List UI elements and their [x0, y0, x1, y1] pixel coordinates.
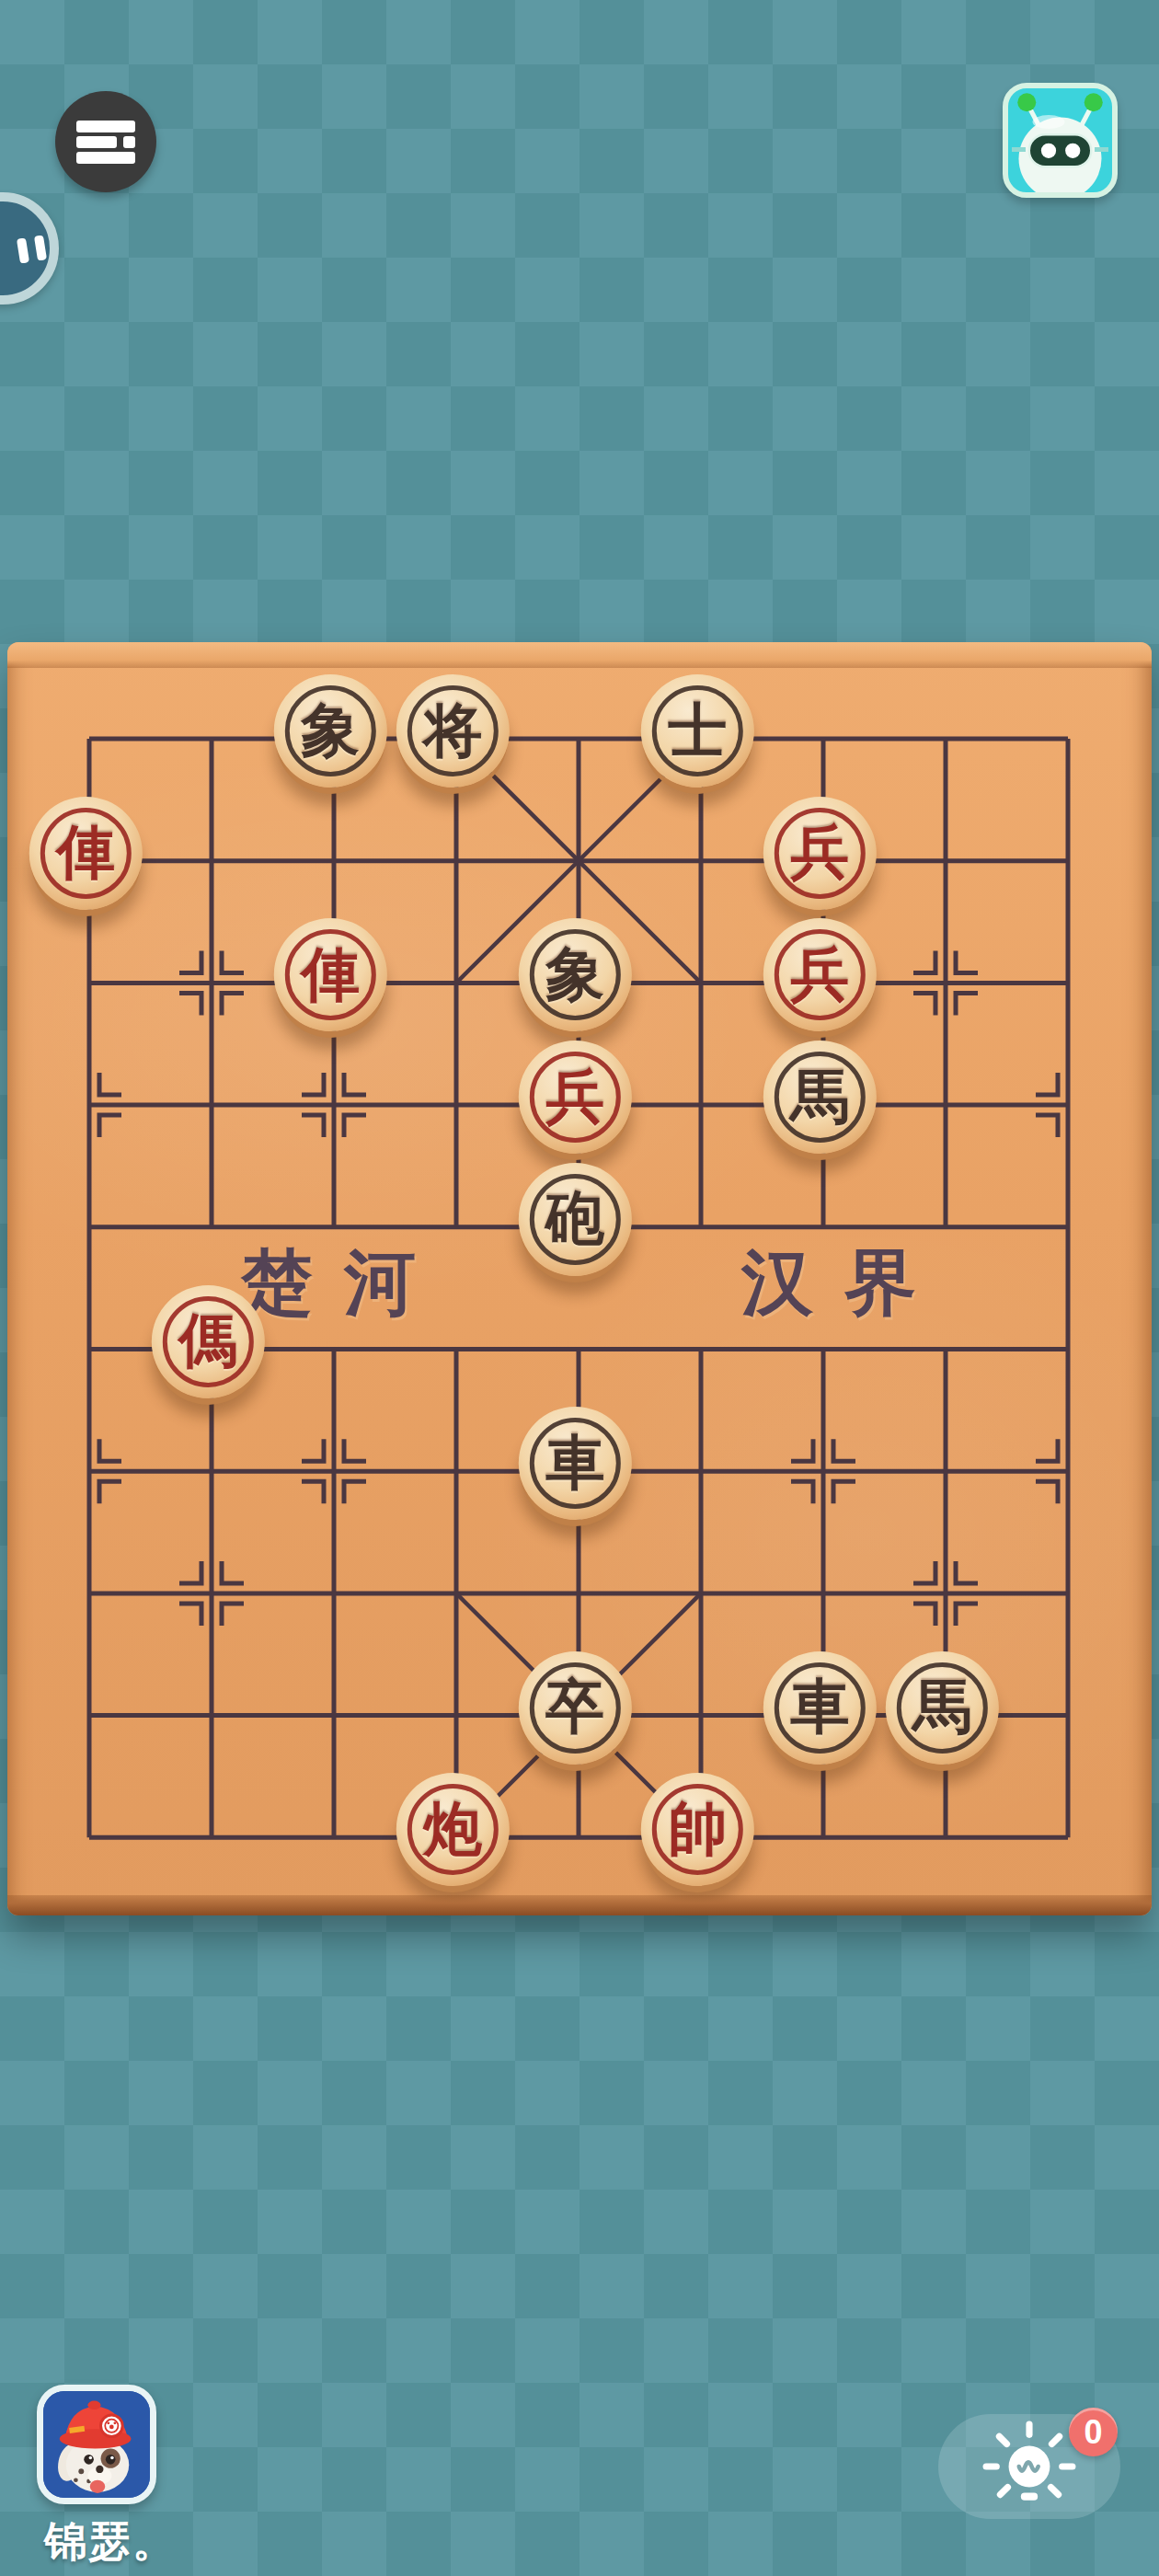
piece-black-馬[interactable]: 馬 — [763, 1041, 877, 1154]
ai-robot-button[interactable] — [1003, 83, 1118, 198]
piece-glyph: 士 — [668, 701, 727, 760]
piece-glyph: 俥 — [56, 823, 115, 882]
river-label-right: 汉界 — [710, 1236, 947, 1332]
piece-glyph: 兵 — [790, 823, 849, 882]
piece-glyph: 車 — [545, 1434, 604, 1493]
piece-glyph: 砲 — [545, 1190, 604, 1248]
piece-black-象[interactable]: 象 — [274, 674, 387, 788]
piece-glyph: 兵 — [545, 1067, 604, 1126]
piece-glyph: 炮 — [423, 1800, 482, 1859]
piece-glyph: 象 — [301, 701, 360, 760]
hamburger-icon — [76, 121, 135, 163]
piece-red-兵[interactable]: 兵 — [763, 918, 877, 1031]
piece-red-俥[interactable]: 俥 — [274, 918, 387, 1031]
piece-black-将[interactable]: 将 — [396, 674, 510, 788]
xiangqi-game-screen: { "game": "xiangqi", "position": { "fen"… — [0, 0, 1159, 2576]
piece-red-帥[interactable]: 帥 — [641, 1773, 754, 1886]
piece-red-兵[interactable]: 兵 — [519, 1041, 632, 1154]
pause-icon — [34, 235, 47, 260]
piece-glyph: 象 — [545, 946, 604, 1005]
player-avatar[interactable] — [37, 2385, 156, 2504]
piece-black-砲[interactable]: 砲 — [519, 1163, 632, 1276]
xiangqi-board[interactable]: 楚河 汉界 象将士俥兵俥象兵兵馬砲傌車卒車馬炮帥 — [7, 642, 1152, 1915]
piece-glyph: 馬 — [912, 1678, 971, 1737]
piece-red-傌[interactable]: 傌 — [152, 1284, 265, 1397]
puppy-avatar-icon — [43, 2391, 152, 2500]
piece-red-俥[interactable]: 俥 — [29, 797, 143, 910]
piece-red-炮[interactable]: 炮 — [396, 1773, 510, 1886]
piece-black-車[interactable]: 車 — [763, 1650, 877, 1764]
piece-glyph: 傌 — [178, 1312, 237, 1371]
piece-black-車[interactable]: 車 — [519, 1407, 632, 1520]
piece-glyph: 卒 — [545, 1678, 604, 1737]
piece-glyph: 俥 — [301, 946, 360, 1005]
piece-black-象[interactable]: 象 — [519, 918, 632, 1031]
robot-icon — [1003, 83, 1118, 198]
menu-button[interactable] — [55, 91, 156, 192]
pause-button[interactable] — [0, 192, 59, 305]
piece-glyph: 馬 — [790, 1067, 849, 1126]
piece-black-士[interactable]: 士 — [641, 674, 754, 788]
piece-glyph: 帥 — [668, 1800, 727, 1859]
lightbulb-icon — [982, 2420, 1076, 2513]
hint-count-badge: 0 — [1069, 2408, 1118, 2456]
piece-glyph: 将 — [423, 701, 482, 760]
piece-red-兵[interactable]: 兵 — [763, 797, 877, 910]
piece-black-卒[interactable]: 卒 — [519, 1650, 632, 1764]
piece-glyph: 兵 — [790, 946, 849, 1005]
player-name: 锦瑟。 — [44, 2513, 177, 2570]
piece-black-馬[interactable]: 馬 — [886, 1650, 999, 1764]
pause-icon — [17, 237, 29, 263]
piece-glyph: 車 — [790, 1678, 849, 1737]
